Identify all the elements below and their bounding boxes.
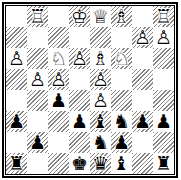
square-d4[interactable]: ♟♙ [90, 69, 111, 90]
piece-wN-f3: ♘ [48, 48, 69, 69]
piece-wB-d3: ♗ [90, 48, 111, 69]
square-b1[interactable] [132, 6, 153, 27]
chess-board: ♜♖♚♔♛♕♝♗♜♖♟♙♟♙♟♙♞♘♟♙♝♗♞♘♟♙♟♙♟♙♟♟♙♟♟♝♞♟♟♟… [6, 6, 174, 174]
square-a3[interactable] [153, 48, 174, 69]
chess-diagram-frame: ♜♖♚♔♛♕♝♗♜♖♟♙♟♙♟♙♞♘♟♙♝♗♞♘♟♙♟♙♟♙♟♟♙♟♟♝♞♟♟♟… [2, 2, 178, 178]
square-b2[interactable]: ♟♙ [132, 27, 153, 48]
square-d6[interactable]: ♝ [90, 111, 111, 132]
piece-wR-g1: ♖ [27, 6, 48, 27]
square-f7[interactable] [48, 132, 69, 153]
square-f5[interactable]: ♟ [48, 90, 69, 111]
square-c1[interactable]: ♝♗ [111, 6, 132, 27]
square-a6[interactable]: ♟ [153, 111, 174, 132]
piece-wP-e3: ♙ [69, 48, 90, 69]
square-c3[interactable]: ♞♘ [111, 48, 132, 69]
square-h4[interactable] [6, 69, 27, 90]
square-e1[interactable]: ♚♔ [69, 6, 90, 27]
piece-bN-c6: ♞ [111, 111, 132, 132]
square-h1[interactable] [6, 6, 27, 27]
square-a7[interactable] [153, 132, 174, 153]
square-b3[interactable] [132, 48, 153, 69]
square-a1[interactable]: ♜♖ [153, 6, 174, 27]
piece-bP-h6: ♟ [6, 111, 27, 132]
square-b8[interactable] [132, 153, 153, 174]
piece-bQ-d8: ♛ [90, 153, 111, 174]
piece-wN-c3: ♘ [111, 48, 132, 69]
square-c4[interactable] [111, 69, 132, 90]
square-e4[interactable] [69, 69, 90, 90]
square-d2[interactable] [90, 27, 111, 48]
piece-wP-g4: ♙ [27, 69, 48, 90]
piece-wB-c1: ♗ [111, 6, 132, 27]
square-a5[interactable] [153, 90, 174, 111]
piece-wP-d5: ♙ [90, 90, 111, 111]
piece-wP-b2: ♙ [132, 27, 153, 48]
piece-wR-a1: ♖ [153, 6, 174, 27]
square-h5[interactable] [6, 90, 27, 111]
square-e2[interactable] [69, 27, 90, 48]
square-f4[interactable]: ♟♙ [48, 69, 69, 90]
square-h8[interactable]: ♜ [6, 153, 27, 174]
piece-bR-h8: ♜ [6, 153, 27, 174]
square-f2[interactable] [48, 27, 69, 48]
piece-bP-a6: ♟ [153, 111, 174, 132]
piece-wP-d4: ♙ [90, 69, 111, 90]
square-f8[interactable] [48, 153, 69, 174]
square-g6[interactable] [27, 111, 48, 132]
square-f6[interactable] [48, 111, 69, 132]
square-h2[interactable] [6, 27, 27, 48]
square-e7[interactable] [69, 132, 90, 153]
piece-wP-f4: ♙ [48, 69, 69, 90]
square-g7[interactable]: ♟ [27, 132, 48, 153]
square-h3[interactable]: ♟♙ [6, 48, 27, 69]
square-b4[interactable] [132, 69, 153, 90]
square-f1[interactable] [48, 6, 69, 27]
piece-bB-d6: ♝ [90, 111, 111, 132]
piece-bN-d7: ♞ [90, 132, 111, 153]
square-d7[interactable]: ♞ [90, 132, 111, 153]
square-b7[interactable] [132, 132, 153, 153]
piece-wQ-d1: ♕ [90, 6, 111, 27]
square-d8[interactable]: ♛ [90, 153, 111, 174]
square-f3[interactable]: ♞♘ [48, 48, 69, 69]
square-e8[interactable]: ♚ [69, 153, 90, 174]
square-c7[interactable]: ♟ [111, 132, 132, 153]
square-c2[interactable] [111, 27, 132, 48]
piece-wK-e1: ♔ [69, 6, 90, 27]
piece-bP-g7: ♟ [27, 132, 48, 153]
square-e6[interactable]: ♟ [69, 111, 90, 132]
square-h6[interactable]: ♟ [6, 111, 27, 132]
piece-bP-e6: ♟ [69, 111, 90, 132]
square-c5[interactable] [111, 90, 132, 111]
square-g3[interactable] [27, 48, 48, 69]
square-c8[interactable]: ♝ [111, 153, 132, 174]
square-g5[interactable] [27, 90, 48, 111]
square-d3[interactable]: ♝♗ [90, 48, 111, 69]
square-e3[interactable]: ♟♙ [69, 48, 90, 69]
square-d5[interactable]: ♟♙ [90, 90, 111, 111]
piece-bK-e8: ♚ [69, 153, 90, 174]
square-e5[interactable] [69, 90, 90, 111]
square-c6[interactable]: ♞ [111, 111, 132, 132]
piece-bP-f5: ♟ [48, 90, 69, 111]
square-g8[interactable] [27, 153, 48, 174]
square-h7[interactable] [6, 132, 27, 153]
chess-diagram-inner-border: ♜♖♚♔♛♕♝♗♜♖♟♙♟♙♟♙♞♘♟♙♝♗♞♘♟♙♟♙♟♙♟♟♙♟♟♝♞♟♟♟… [5, 5, 175, 175]
square-d1[interactable]: ♛♕ [90, 6, 111, 27]
square-a2[interactable]: ♟♙ [153, 27, 174, 48]
piece-bB-c8: ♝ [111, 153, 132, 174]
square-b6[interactable]: ♟ [132, 111, 153, 132]
square-g2[interactable] [27, 27, 48, 48]
square-a4[interactable] [153, 69, 174, 90]
piece-wP-a2: ♙ [153, 27, 174, 48]
piece-wP-h3: ♙ [6, 48, 27, 69]
square-a8[interactable]: ♜ [153, 153, 174, 174]
square-g1[interactable]: ♜♖ [27, 6, 48, 27]
piece-bR-a8: ♜ [153, 153, 174, 174]
piece-bP-b6: ♟ [132, 111, 153, 132]
square-g4[interactable]: ♟♙ [27, 69, 48, 90]
square-b5[interactable] [132, 90, 153, 111]
piece-bP-c7: ♟ [111, 132, 132, 153]
